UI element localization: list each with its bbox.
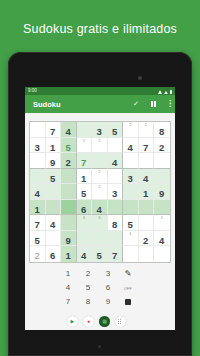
cell-digit: 4 bbox=[112, 157, 117, 168]
cell-r9c8[interactable] bbox=[139, 246, 155, 262]
cell-digit: 4 bbox=[66, 126, 71, 137]
cell-digit: 8 bbox=[159, 126, 164, 137]
cell-r1c9[interactable]: 8 bbox=[154, 122, 170, 138]
cell-r4c4[interactable]: 1 bbox=[77, 169, 93, 185]
pencil-mark: 2 bbox=[92, 170, 107, 174]
keypad-digit-5[interactable]: 5 bbox=[78, 281, 98, 295]
cell-r1c1[interactable] bbox=[30, 122, 46, 138]
cell-r1c2[interactable]: 7 bbox=[46, 122, 62, 138]
cell-digit: 4 bbox=[143, 173, 148, 184]
cell-r4c1[interactable] bbox=[30, 169, 46, 185]
cell-r1c4[interactable] bbox=[77, 122, 93, 138]
keypad-digit-9[interactable]: 9 bbox=[98, 295, 118, 309]
cell-digit: 5 bbox=[128, 219, 133, 230]
cell-r2c5[interactable]: 2 bbox=[92, 138, 108, 154]
pencil-mark: 1 bbox=[123, 232, 138, 236]
cell-r7c9[interactable]: 1 bbox=[154, 215, 170, 231]
eraser-icon bbox=[125, 299, 131, 305]
cell-digit: 3 bbox=[128, 173, 133, 184]
cell-r4c6[interactable] bbox=[108, 169, 124, 185]
keypad-digit-1[interactable]: 1 bbox=[58, 267, 78, 281]
cell-r2c4[interactable]: 1 bbox=[77, 138, 93, 154]
cell-r3c9[interactable] bbox=[154, 153, 170, 169]
cell-r8c7[interactable]: 1 bbox=[123, 231, 139, 247]
cell-r8c5[interactable] bbox=[92, 231, 108, 247]
cell-digit: 4 bbox=[50, 219, 55, 230]
pause-icon[interactable] bbox=[151, 101, 156, 107]
dock-app-icon-1-glyph: ▶ bbox=[71, 319, 75, 324]
dock-app-icon-3[interactable]: ▦ bbox=[99, 316, 110, 327]
dock-app-icon-4[interactable] bbox=[115, 316, 126, 327]
cell-r1c5[interactable]: 3 bbox=[92, 122, 108, 138]
cell-digit: 2 bbox=[66, 157, 71, 168]
cell-digit: 5 bbox=[97, 250, 102, 261]
cell-digit: 1 bbox=[50, 142, 55, 153]
cell-digit: 7 bbox=[81, 157, 86, 168]
cell-r8c9[interactable]: 4 bbox=[154, 231, 170, 247]
sudoku-board: 7435228315124729274512344523191647433851… bbox=[29, 121, 171, 263]
cell-r9c1[interactable]: 2 bbox=[30, 246, 46, 262]
cell-r1c6[interactable]: 5 bbox=[108, 122, 124, 138]
cell-r1c7[interactable]: 2 bbox=[123, 122, 139, 138]
cell-r6c4[interactable]: 6 bbox=[77, 200, 93, 216]
cell-r9c4[interactable]: 4 bbox=[77, 246, 93, 262]
pencil-mark: 3 bbox=[77, 216, 92, 220]
cell-r9c2[interactable]: 6 bbox=[46, 246, 62, 262]
cell-digit: 3 bbox=[112, 188, 117, 199]
cell-r6c7[interactable] bbox=[123, 200, 139, 216]
cell-digit: 5 bbox=[35, 235, 40, 246]
cell-r3c1[interactable] bbox=[30, 153, 46, 169]
cell-digit: 4 bbox=[81, 250, 86, 261]
cell-digit: 2 bbox=[35, 250, 40, 261]
cell-r6c8[interactable] bbox=[139, 200, 155, 216]
cell-digit: 8 bbox=[112, 219, 117, 230]
cell-digit: 2 bbox=[159, 142, 164, 153]
cell-r5c5[interactable]: 2 bbox=[92, 184, 108, 200]
cell-r5c8[interactable]: 1 bbox=[139, 184, 155, 200]
cell-r2c9[interactable]: 2 bbox=[154, 138, 170, 154]
cell-r5c9[interactable]: 9 bbox=[154, 184, 170, 200]
keypad-digit-3[interactable]: 3 bbox=[98, 267, 118, 281]
cell-r9c3[interactable]: 1 bbox=[61, 246, 77, 262]
cell-digit: 9 bbox=[66, 235, 71, 246]
cell-digit: 6 bbox=[81, 204, 86, 215]
cell-r7c6[interactable]: 8 bbox=[108, 215, 124, 231]
keypad-digit-4[interactable]: 4 bbox=[58, 281, 78, 295]
cell-digit: 4 bbox=[128, 142, 133, 153]
status-icons bbox=[158, 89, 173, 94]
cell-r5c6[interactable]: 3 bbox=[108, 184, 124, 200]
wifi-icon bbox=[158, 90, 162, 94]
status-bar: 9:00 bbox=[25, 87, 175, 95]
cell-r6c1[interactable]: 1 bbox=[30, 200, 46, 216]
cell-r2c7[interactable]: 4 bbox=[123, 138, 139, 154]
app-dock: ▶●▦ bbox=[67, 316, 126, 327]
cell-r3c5[interactable] bbox=[92, 153, 108, 169]
cell-digit: 4 bbox=[35, 188, 40, 199]
eraser-button[interactable] bbox=[118, 295, 138, 309]
notes-state-label: OFF bbox=[118, 281, 138, 295]
cell-digit: 3 bbox=[35, 142, 40, 153]
cell-r2c8[interactable]: 7 bbox=[139, 138, 155, 154]
cell-digit: 5 bbox=[50, 173, 55, 184]
cell-r2c1[interactable]: 3 bbox=[30, 138, 46, 154]
cell-r8c6[interactable] bbox=[108, 231, 124, 247]
cell-r8c2[interactable] bbox=[46, 231, 62, 247]
cell-digit: 5 bbox=[81, 188, 86, 199]
cell-r7c8[interactable] bbox=[139, 215, 155, 231]
cell-r5c3[interactable] bbox=[61, 184, 77, 200]
keypad-digit-7[interactable]: 7 bbox=[58, 295, 78, 309]
notes-pencil-button[interactable]: ✎ bbox=[118, 267, 138, 281]
tablet-screen: 9:00 Sudoku ✓ ⋮ 743522831512472927451234… bbox=[25, 87, 175, 330]
cell-r6c2[interactable] bbox=[46, 200, 62, 216]
dock-app-icon-3-glyph: ▦ bbox=[102, 319, 107, 324]
cell-r7c3[interactable] bbox=[61, 215, 77, 231]
cell-digit: 4 bbox=[159, 235, 164, 246]
cell-r7c7[interactable]: 5 bbox=[123, 215, 139, 231]
promo-headline: Sudokus gratis e ilimitados bbox=[0, 22, 200, 36]
cell-r8c4[interactable] bbox=[77, 231, 93, 247]
cell-r9c6[interactable]: 7 bbox=[108, 246, 124, 262]
cell-r8c1[interactable]: 5 bbox=[30, 231, 46, 247]
front-camera-icon bbox=[138, 76, 142, 80]
cell-r7c4[interactable]: 3 bbox=[77, 215, 93, 231]
app-title: Sudoku bbox=[33, 100, 61, 109]
cell-r3c3[interactable]: 2 bbox=[61, 153, 77, 169]
cell-r3c4[interactable]: 7 bbox=[77, 153, 93, 169]
cell-digit: 9 bbox=[159, 188, 164, 199]
cell-digit: 7 bbox=[50, 126, 55, 137]
cell-digit: 5 bbox=[66, 142, 71, 153]
cell-r8c3[interactable]: 9 bbox=[61, 231, 77, 247]
cell-r5c2[interactable] bbox=[46, 184, 62, 200]
cell-r2c3[interactable]: 5 bbox=[61, 138, 77, 154]
cell-r3c7[interactable] bbox=[123, 153, 139, 169]
cell-r6c3[interactable] bbox=[61, 200, 77, 216]
dock-app-icon-1[interactable]: ▶ bbox=[67, 316, 78, 327]
status-time: 9:00 bbox=[28, 88, 37, 94]
notes-state-text: OFF bbox=[124, 287, 132, 291]
cell-digit: 6 bbox=[50, 250, 55, 261]
cell-r9c5[interactable]: 5 bbox=[92, 246, 108, 262]
cell-r4c2[interactable]: 5 bbox=[46, 169, 62, 185]
cell-r2c2[interactable]: 1 bbox=[46, 138, 62, 154]
cell-r1c3[interactable]: 4 bbox=[61, 122, 77, 138]
cell-r8c8[interactable]: 2 bbox=[139, 231, 155, 247]
cell-digit: 1 bbox=[66, 250, 71, 261]
cell-r4c3[interactable] bbox=[61, 169, 77, 185]
cell-digit: 1 bbox=[143, 188, 148, 199]
cell-digit: 1 bbox=[35, 204, 40, 215]
cell-r6c9[interactable] bbox=[154, 200, 170, 216]
keypad-digit-6[interactable]: 6 bbox=[98, 281, 118, 295]
cell-r5c7[interactable] bbox=[123, 184, 139, 200]
cell-r3c6[interactable]: 4 bbox=[108, 153, 124, 169]
pencil-mark: 3 bbox=[92, 216, 107, 220]
overflow-menu-icon[interactable]: ⋮ bbox=[166, 99, 174, 108]
cell-r7c2[interactable]: 4 bbox=[46, 215, 62, 231]
cell-r6c6[interactable] bbox=[108, 200, 124, 216]
cell-digit: 2 bbox=[143, 235, 148, 246]
cell-r1c8[interactable]: 2 bbox=[139, 122, 155, 138]
promo-page: Sudokus gratis e ilimitados 9:00 Sudoku … bbox=[0, 0, 200, 356]
cell-r4c8[interactable]: 4 bbox=[139, 169, 155, 185]
cell-digit: 7 bbox=[35, 219, 40, 230]
dock-app-icon-2-glyph: ● bbox=[87, 319, 90, 324]
cell-digit: 3 bbox=[97, 126, 102, 137]
cell-digit: 9 bbox=[50, 157, 55, 168]
cell-digit: 7 bbox=[143, 142, 148, 153]
pencil-mark: 2 bbox=[92, 185, 107, 189]
pencil-mark: 2 bbox=[139, 123, 154, 127]
number-pad: 123✎456OFF789 bbox=[58, 267, 138, 309]
app-bar: Sudoku ✓ ⋮ bbox=[25, 95, 175, 113]
pencil-mark: 1 bbox=[154, 216, 170, 220]
tablet-frame: 9:00 Sudoku ✓ ⋮ 743522831512472927451234… bbox=[8, 52, 192, 356]
battery-icon bbox=[170, 90, 173, 95]
cell-digit: 7 bbox=[112, 250, 117, 261]
cell-r4c7[interactable]: 3 bbox=[123, 169, 139, 185]
cell-r9c9[interactable] bbox=[154, 246, 170, 262]
cell-r3c8[interactable] bbox=[139, 153, 155, 169]
pencil-mark: 1 bbox=[77, 139, 92, 143]
signal-icon bbox=[164, 91, 168, 94]
cell-r5c1[interactable]: 4 bbox=[30, 184, 46, 200]
keypad-digit-2[interactable]: 2 bbox=[78, 267, 98, 281]
pencil-icon: ✎ bbox=[125, 269, 132, 278]
cell-digit: 4 bbox=[97, 204, 102, 215]
pencil-mark: 2 bbox=[92, 139, 107, 143]
cell-r4c5[interactable]: 2 bbox=[92, 169, 108, 185]
check-icon[interactable]: ✓ bbox=[133, 100, 139, 108]
cell-digit: 1 bbox=[81, 173, 86, 184]
dock-app-icon-2[interactable]: ● bbox=[83, 316, 94, 327]
rear-camera-icon bbox=[98, 345, 101, 348]
cell-digit: 5 bbox=[112, 126, 117, 137]
app-drawer-dots-icon bbox=[118, 319, 123, 324]
keypad-digit-8[interactable]: 8 bbox=[78, 295, 98, 309]
cell-r5c4[interactable]: 5 bbox=[77, 184, 93, 200]
cell-r6c5[interactable]: 4 bbox=[92, 200, 108, 216]
cell-r2c6[interactable] bbox=[108, 138, 124, 154]
cell-r4c9[interactable] bbox=[154, 169, 170, 185]
pencil-mark: 2 bbox=[123, 123, 138, 127]
cell-r7c5[interactable]: 3 bbox=[92, 215, 108, 231]
cell-r7c1[interactable]: 7 bbox=[30, 215, 46, 231]
cell-r3c2[interactable]: 9 bbox=[46, 153, 62, 169]
cell-r9c7[interactable] bbox=[123, 246, 139, 262]
